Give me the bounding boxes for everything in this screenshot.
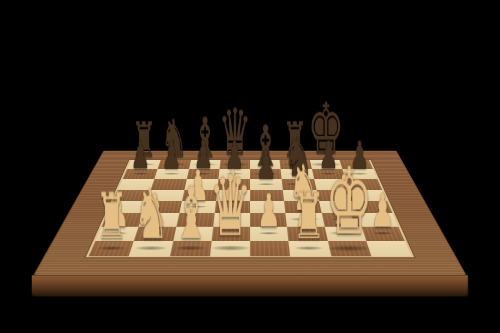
- white-pawn-icon: ♟: [257, 188, 281, 234]
- chess-scene: ♜♞♝♛♜♚♝♟♟♟♟♟♟♟♞♟♟♟♞♟♝♟♟♟♟♟♜♞♝♛♜♚: [0, 0, 500, 333]
- board-front-edge: [32, 275, 468, 296]
- chess-board: ♜♞♝♛♜♚♝♟♟♟♟♟♟♟♞♟♟♟♞♟♝♟♟♟♟♟♜♞♝♛♜♚: [33, 151, 467, 276]
- white-rook-icon: ♜: [293, 185, 326, 248]
- square-a8: [127, 160, 161, 169]
- white-bishop-icon: ♝: [172, 176, 209, 248]
- square-e7: [250, 169, 282, 179]
- photo-background: ♜♞♝♛♜♚♝♟♟♟♟♟♟♟♞♟♟♟♞♟♝♟♟♟♟♟♜♞♝♛♜♚: [0, 0, 500, 333]
- white-king-icon: ♚: [325, 156, 373, 249]
- square-e8: [250, 160, 281, 169]
- square-b8: [158, 160, 191, 169]
- white-queen-icon: ♛: [209, 164, 252, 248]
- white-rook-icon: ♜: [96, 185, 129, 248]
- pieces-layer: ♜♞♝♛♜♚♝♟♟♟♟♟♟♟♞♟♟♟♞♟♝♟♟♟♟♟♜♞♝♛♜♚: [89, 160, 412, 256]
- white-pawn-icon: ♟: [371, 188, 395, 234]
- white-knight-icon: ♞: [133, 179, 169, 248]
